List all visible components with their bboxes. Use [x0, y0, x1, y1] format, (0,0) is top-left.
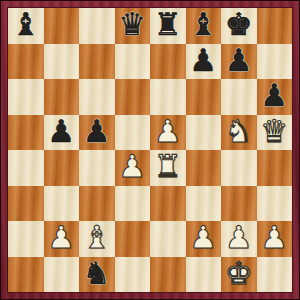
piece-black-pawn[interactable]: ♟	[225, 44, 253, 78]
square-b7[interactable]	[44, 44, 80, 80]
piece-black-knight[interactable]: ♞	[83, 257, 111, 291]
square-d7[interactable]	[115, 44, 151, 80]
square-c6[interactable]	[79, 79, 115, 115]
square-e4[interactable]: ♜	[150, 150, 186, 186]
square-f6[interactable]	[186, 79, 222, 115]
square-g5[interactable]: ♞	[221, 115, 257, 151]
piece-white-pawn[interactable]: ♟	[189, 221, 217, 255]
square-h8[interactable]	[257, 8, 293, 44]
square-h7[interactable]	[257, 44, 293, 80]
square-c4[interactable]	[79, 150, 115, 186]
square-c7[interactable]	[79, 44, 115, 80]
piece-black-rook[interactable]: ♜	[154, 8, 182, 42]
piece-white-queen[interactable]: ♛	[260, 115, 288, 149]
square-a4[interactable]	[8, 150, 44, 186]
square-h2[interactable]: ♟	[257, 221, 293, 257]
square-d5[interactable]	[115, 115, 151, 151]
square-f5[interactable]	[186, 115, 222, 151]
square-g7[interactable]: ♟	[221, 44, 257, 80]
square-f2[interactable]: ♟	[186, 221, 222, 257]
square-g6[interactable]	[221, 79, 257, 115]
piece-white-pawn[interactable]: ♟	[260, 221, 288, 255]
square-d2[interactable]	[115, 221, 151, 257]
piece-black-bishop[interactable]: ♝	[189, 8, 217, 42]
square-a3[interactable]	[8, 186, 44, 222]
square-b6[interactable]	[44, 79, 80, 115]
square-h6[interactable]: ♟	[257, 79, 293, 115]
square-c5[interactable]: ♟	[79, 115, 115, 151]
square-e2[interactable]	[150, 221, 186, 257]
piece-white-pawn[interactable]: ♟	[225, 221, 253, 255]
piece-black-queen[interactable]: ♛	[118, 8, 146, 42]
square-d3[interactable]	[115, 186, 151, 222]
square-c1[interactable]: ♞	[79, 257, 115, 293]
piece-black-king[interactable]: ♚	[225, 8, 253, 42]
square-e1[interactable]	[150, 257, 186, 293]
square-h5[interactable]: ♛	[257, 115, 293, 151]
square-d4[interactable]: ♟	[115, 150, 151, 186]
piece-white-pawn[interactable]: ♟	[47, 221, 75, 255]
square-h1[interactable]	[257, 257, 293, 293]
square-h3[interactable]	[257, 186, 293, 222]
piece-black-pawn[interactable]: ♟	[260, 79, 288, 113]
square-b1[interactable]	[44, 257, 80, 293]
square-g3[interactable]	[221, 186, 257, 222]
square-a7[interactable]	[8, 44, 44, 80]
square-g2[interactable]: ♟	[221, 221, 257, 257]
square-b3[interactable]	[44, 186, 80, 222]
square-e8[interactable]: ♜	[150, 8, 186, 44]
piece-white-pawn[interactable]: ♟	[154, 115, 182, 149]
piece-white-knight[interactable]: ♞	[225, 115, 253, 149]
piece-black-pawn[interactable]: ♟	[83, 115, 111, 149]
square-b2[interactable]: ♟	[44, 221, 80, 257]
square-g1[interactable]: ♚	[221, 257, 257, 293]
chess-board: ♝♛♜♝♚♟♟♟♟♟♟♞♛♟♜♟♝♟♟♟♞♚	[7, 7, 293, 293]
piece-white-rook[interactable]: ♜	[154, 150, 182, 184]
piece-white-king[interactable]: ♚	[225, 257, 253, 291]
square-h4[interactable]	[257, 150, 293, 186]
square-e7[interactable]	[150, 44, 186, 80]
square-a5[interactable]	[8, 115, 44, 151]
square-c8[interactable]	[79, 8, 115, 44]
square-b8[interactable]	[44, 8, 80, 44]
square-f4[interactable]	[186, 150, 222, 186]
square-e6[interactable]	[150, 79, 186, 115]
piece-white-pawn[interactable]: ♟	[118, 150, 146, 184]
piece-black-pawn[interactable]: ♟	[189, 44, 217, 78]
square-f8[interactable]: ♝	[186, 8, 222, 44]
square-d6[interactable]	[115, 79, 151, 115]
square-e3[interactable]	[150, 186, 186, 222]
square-f3[interactable]	[186, 186, 222, 222]
square-c3[interactable]	[79, 186, 115, 222]
square-b5[interactable]: ♟	[44, 115, 80, 151]
square-e5[interactable]: ♟	[150, 115, 186, 151]
square-a2[interactable]	[8, 221, 44, 257]
square-c2[interactable]: ♝	[79, 221, 115, 257]
square-g4[interactable]	[221, 150, 257, 186]
piece-white-bishop[interactable]: ♝	[83, 221, 111, 255]
square-f1[interactable]	[186, 257, 222, 293]
square-a1[interactable]	[8, 257, 44, 293]
square-d1[interactable]	[115, 257, 151, 293]
square-a6[interactable]	[8, 79, 44, 115]
square-f7[interactable]: ♟	[186, 44, 222, 80]
board-frame: ♝♛♜♝♚♟♟♟♟♟♟♞♛♟♜♟♝♟♟♟♞♚	[0, 0, 300, 300]
square-a8[interactable]: ♝	[8, 8, 44, 44]
square-b4[interactable]	[44, 150, 80, 186]
square-g8[interactable]: ♚	[221, 8, 257, 44]
square-d8[interactable]: ♛	[115, 8, 151, 44]
piece-black-pawn[interactable]: ♟	[47, 115, 75, 149]
piece-black-bishop[interactable]: ♝	[12, 8, 40, 42]
